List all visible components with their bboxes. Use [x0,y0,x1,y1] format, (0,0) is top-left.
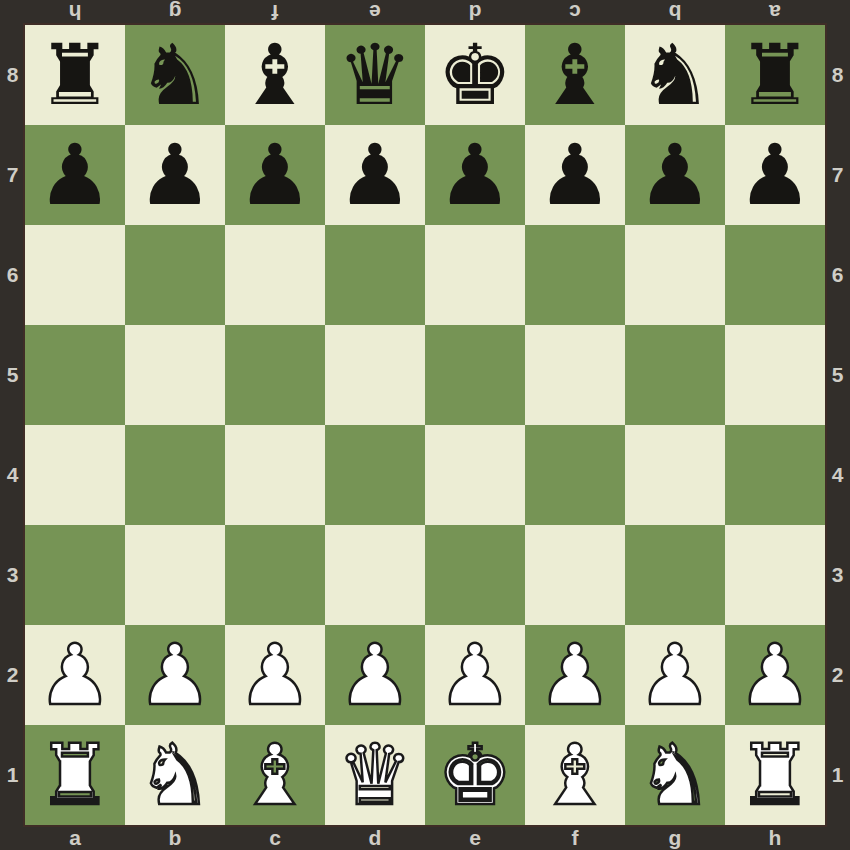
square-f3[interactable] [525,525,625,625]
chessboard-frame: hgfedcba 87654321 87654321 abcdefgh ♜︎♞︎… [0,0,850,850]
square-a2[interactable]: ♟︎ [25,625,125,725]
coord-label: 8 [825,25,850,125]
square-g8[interactable]: ♞︎ [625,25,725,125]
square-g7[interactable]: ♟︎ [625,125,725,225]
square-a8[interactable]: ♜︎ [25,25,125,125]
file-labels-bottom: abcdefgh [25,825,825,850]
piece-black-rook[interactable]: ♜︎ [37,25,112,125]
piece-black-pawn[interactable]: ♟︎ [137,125,212,225]
coord-label: 4 [0,425,25,525]
coord-label: 6 [0,225,25,325]
piece-black-pawn[interactable]: ♟︎ [237,125,312,225]
coord-label: h [25,0,125,25]
coord-label: d [425,0,525,25]
square-b7[interactable]: ♟︎ [125,125,225,225]
piece-black-king[interactable]: ♚︎ [437,25,512,125]
square-d6[interactable] [325,225,425,325]
square-f5[interactable] [525,325,625,425]
square-f4[interactable] [525,425,625,525]
coord-label: 5 [825,325,850,425]
piece-black-pawn[interactable]: ♟︎ [37,125,112,225]
square-a7[interactable]: ♟︎ [25,125,125,225]
square-a4[interactable] [25,425,125,525]
piece-black-pawn[interactable]: ♟︎ [537,125,612,225]
square-c2[interactable]: ♟︎ [225,625,325,725]
coord-label: b [625,0,725,25]
coord-label: a [725,0,825,25]
piece-black-pawn[interactable]: ♟︎ [437,125,512,225]
square-h7[interactable]: ♟︎ [725,125,825,225]
square-d8[interactable]: ♛︎ [325,25,425,125]
square-f2[interactable]: ♟︎ [525,625,625,725]
piece-black-pawn[interactable]: ♟︎ [637,125,712,225]
square-a5[interactable] [25,325,125,425]
piece-white-bishop[interactable]: ♝︎ [537,725,612,825]
square-a6[interactable] [25,225,125,325]
piece-white-knight[interactable]: ♞︎ [137,725,212,825]
square-d4[interactable] [325,425,425,525]
file-labels-top: hgfedcba [25,0,825,25]
square-c7[interactable]: ♟︎ [225,125,325,225]
rank-labels-right: 87654321 [825,25,850,825]
piece-white-knight[interactable]: ♞︎ [637,725,712,825]
piece-black-pawn[interactable]: ♟︎ [737,125,812,225]
piece-white-rook[interactable]: ♜︎ [37,725,112,825]
piece-white-pawn[interactable]: ♟︎ [737,625,812,725]
piece-black-bishop[interactable]: ♝︎ [237,25,312,125]
square-d7[interactable]: ♟︎ [325,125,425,225]
coord-label: b [125,825,225,850]
square-g3[interactable] [625,525,725,625]
piece-black-queen[interactable]: ♛︎ [337,25,412,125]
coord-label: 7 [0,125,25,225]
square-g2[interactable]: ♟︎ [625,625,725,725]
square-e3[interactable] [425,525,525,625]
square-h1[interactable]: ♜︎ [725,725,825,825]
coord-label: 3 [825,525,850,625]
square-h5[interactable] [725,325,825,425]
square-b6[interactable] [125,225,225,325]
square-f8[interactable]: ♝︎ [525,25,625,125]
square-b8[interactable]: ♞︎ [125,25,225,125]
square-h3[interactable] [725,525,825,625]
square-a1[interactable]: ♜︎ [25,725,125,825]
square-e8[interactable]: ♚︎ [425,25,525,125]
square-d5[interactable] [325,325,425,425]
square-g4[interactable] [625,425,725,525]
coord-label: 1 [0,725,25,825]
square-d3[interactable] [325,525,425,625]
coord-label: f [525,825,625,850]
piece-black-rook[interactable]: ♜︎ [737,25,812,125]
square-g5[interactable] [625,325,725,425]
coord-label: a [25,825,125,850]
square-f6[interactable] [525,225,625,325]
square-c8[interactable]: ♝︎ [225,25,325,125]
piece-black-bishop[interactable]: ♝︎ [537,25,612,125]
rank-labels-left: 87654321 [0,25,25,825]
square-b5[interactable] [125,325,225,425]
piece-white-pawn[interactable]: ♟︎ [337,625,412,725]
square-f7[interactable]: ♟︎ [525,125,625,225]
square-e4[interactable] [425,425,525,525]
piece-white-bishop[interactable]: ♝︎ [237,725,312,825]
square-a3[interactable] [25,525,125,625]
square-c6[interactable] [225,225,325,325]
square-d1[interactable]: ♛︎ [325,725,425,825]
coord-label: e [325,0,425,25]
coord-label: g [625,825,725,850]
square-c3[interactable] [225,525,325,625]
piece-white-pawn[interactable]: ♟︎ [437,625,512,725]
coord-label: 8 [0,25,25,125]
coord-label: 1 [825,725,850,825]
piece-white-queen[interactable]: ♛︎ [337,725,412,825]
square-b1[interactable]: ♞︎ [125,725,225,825]
coord-label: 2 [825,625,850,725]
piece-black-knight[interactable]: ♞︎ [137,25,212,125]
square-g1[interactable]: ♞︎ [625,725,725,825]
square-e1[interactable]: ♚︎ [425,725,525,825]
square-f1[interactable]: ♝︎ [525,725,625,825]
square-g6[interactable] [625,225,725,325]
square-e7[interactable]: ♟︎ [425,125,525,225]
coord-label: c [525,0,625,25]
coord-label: 3 [0,525,25,625]
square-b3[interactable] [125,525,225,625]
square-h2[interactable]: ♟︎ [725,625,825,725]
piece-white-pawn[interactable]: ♟︎ [237,625,312,725]
piece-white-pawn[interactable]: ♟︎ [37,625,112,725]
coord-label: e [425,825,525,850]
piece-white-pawn[interactable]: ♟︎ [637,625,712,725]
square-c5[interactable] [225,325,325,425]
coord-label: 2 [0,625,25,725]
square-h6[interactable] [725,225,825,325]
coord-label: h [725,825,825,850]
coord-label: 4 [825,425,850,525]
square-d2[interactable]: ♟︎ [325,625,425,725]
piece-white-pawn[interactable]: ♟︎ [537,625,612,725]
piece-black-knight[interactable]: ♞︎ [637,25,712,125]
square-b4[interactable] [125,425,225,525]
piece-black-pawn[interactable]: ♟︎ [337,125,412,225]
piece-white-pawn[interactable]: ♟︎ [137,625,212,725]
board: ♜︎♞︎♝︎♛︎♚︎♝︎♞︎♜︎♟︎♟︎♟︎♟︎♟︎♟︎♟︎♟︎♟︎♟︎♟︎♟︎… [25,25,825,825]
coord-label: 5 [0,325,25,425]
coord-label: c [225,825,325,850]
square-h4[interactable] [725,425,825,525]
square-b2[interactable]: ♟︎ [125,625,225,725]
coord-label: g [125,0,225,25]
square-c4[interactable] [225,425,325,525]
coord-label: 7 [825,125,850,225]
square-c1[interactable]: ♝︎ [225,725,325,825]
square-e5[interactable] [425,325,525,425]
square-e2[interactable]: ♟︎ [425,625,525,725]
square-e6[interactable] [425,225,525,325]
coord-label: f [225,0,325,25]
piece-white-rook[interactable]: ♜︎ [737,725,812,825]
coord-label: 6 [825,225,850,325]
piece-white-king[interactable]: ♚︎ [437,725,512,825]
square-h8[interactable]: ♜︎ [725,25,825,125]
coord-label: d [325,825,425,850]
